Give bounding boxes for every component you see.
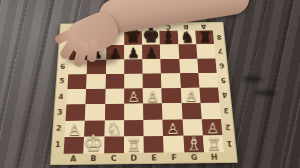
black-pawn-d7[interactable]: ♟ [124,46,142,60]
file-label-e: E [144,153,164,164]
square-a1[interactable] [64,137,85,154]
square-g6[interactable] [179,58,198,73]
white-bishop-g1[interactable]: ♗ [184,134,204,153]
rank-label-4: 4 [54,89,67,105]
square-f1[interactable] [163,135,184,152]
square-h4[interactable] [199,87,219,103]
file-labels-bottom: ABCDEFGH [63,152,225,165]
square-d3[interactable] [124,104,143,120]
rank-label-right-8: 8 [213,30,226,44]
rank-label-5: 5 [55,74,68,89]
square-b1[interactable]: ♔ [84,136,104,153]
square-e1[interactable] [144,136,164,153]
file-label-d: D [124,153,144,164]
file-label-b: B [83,153,104,164]
square-d1[interactable]: ♖ [124,136,144,153]
rank-label-right-2: 2 [221,119,235,135]
chess-photo-scene: ABCDEFGH ABCDEFGH 87654321 87654321 ♜♛♚♝… [0,0,300,168]
square-d7[interactable]: ♟ [124,45,142,59]
white-pawn-g4[interactable]: ♙ [181,90,200,104]
square-f3[interactable] [162,103,182,119]
rank-label-right-5: 5 [217,72,230,87]
square-a4[interactable] [67,89,87,105]
square-e3[interactable] [143,104,163,120]
file-label-h: H [204,152,225,163]
square-f4[interactable] [162,88,182,104]
square-h1[interactable]: ♖ [203,135,224,152]
white-pawn-f2[interactable]: ♙ [163,122,183,137]
white-rook-d1[interactable]: ♖ [124,137,144,154]
square-h2[interactable]: ♙ [201,119,222,136]
black-pawn-e7[interactable]: ♟ [142,46,160,60]
white-pawn-d4[interactable]: ♙ [124,91,143,105]
rank-label-right-3: 3 [219,103,233,119]
square-c1[interactable] [104,136,124,153]
square-c5[interactable] [105,74,124,89]
square-d5[interactable] [124,73,143,88]
square-d8[interactable]: ♛ [124,31,142,45]
square-h3[interactable] [200,103,221,119]
file-label-g: G [184,152,205,163]
square-h7[interactable] [196,44,215,58]
square-d4[interactable]: ♙ [124,88,143,104]
square-e5[interactable] [143,73,162,88]
square-e8[interactable]: ♚ [142,31,160,45]
square-d2[interactable] [124,120,144,137]
square-f2[interactable]: ♙ [163,119,183,136]
square-a2[interactable]: ♙ [65,120,85,137]
square-g5[interactable] [180,73,200,88]
finger [87,40,98,63]
square-g8[interactable]: ♞ [177,31,196,45]
square-e2[interactable] [143,119,163,136]
rank-label-right-6: 6 [215,58,228,73]
captured-piece-shadow [254,90,277,96]
white-rook-h1[interactable]: ♖ [204,136,224,153]
white-pawn-e4[interactable]: ♙ [143,90,162,104]
square-c4[interactable] [105,89,124,105]
square-e6[interactable] [142,59,161,74]
square-e4[interactable]: ♙ [143,88,162,104]
black-knight-g8[interactable]: ♞ [178,29,196,45]
square-h8[interactable]: ♜ [195,30,214,44]
square-b3[interactable] [85,104,105,120]
square-f5[interactable] [161,73,180,88]
square-f7[interactable] [160,44,179,58]
square-c2[interactable]: ♘ [104,120,124,137]
rank-label-3: 3 [53,105,66,121]
rank-label-6: 6 [56,60,69,75]
white-pawn-a2[interactable]: ♙ [64,123,84,138]
square-g3[interactable] [181,103,201,119]
file-label-a: A [63,154,84,165]
black-king-e8[interactable]: ♚ [142,26,160,46]
file-label-f: F [164,152,185,163]
square-g1[interactable]: ♗ [183,135,204,152]
square-h6[interactable] [197,58,217,73]
square-f8[interactable]: ♝ [160,31,178,45]
captured-piece-shadow [242,76,263,82]
square-a5[interactable] [67,74,86,89]
rank-label-right-7: 7 [214,44,227,58]
white-king-b1[interactable]: ♔ [83,133,103,155]
black-bishop-f8[interactable]: ♝ [160,29,178,46]
square-f6[interactable] [161,59,180,74]
black-rook-h8[interactable]: ♜ [196,30,214,45]
rank-label-1: 1 [51,137,65,154]
square-g7[interactable] [178,44,197,58]
square-h5[interactable] [198,73,218,88]
square-b5[interactable] [86,74,105,89]
square-g4[interactable]: ♙ [180,88,200,104]
square-a3[interactable] [66,104,86,120]
square-b4[interactable] [86,89,105,105]
rank-label-right-4: 4 [218,87,232,102]
white-knight-c2[interactable]: ♘ [104,120,124,138]
square-e7[interactable]: ♟ [142,45,160,59]
square-d6[interactable] [124,59,143,74]
file-label-c: C [103,153,123,164]
rank-label-right-1: 1 [222,135,236,152]
